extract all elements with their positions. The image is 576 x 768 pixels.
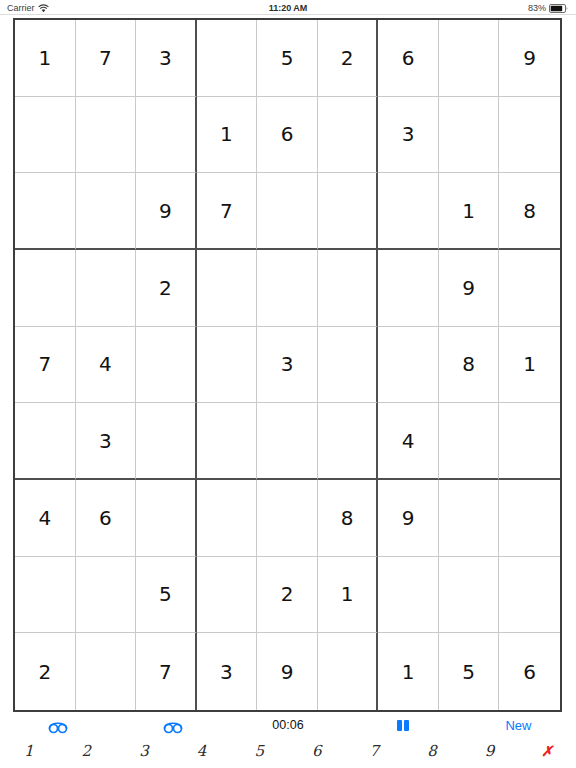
battery-icon — [549, 4, 569, 13]
timer: 00:06 — [272, 718, 303, 732]
cell-r6c7[interactable]: 4 — [378, 403, 439, 480]
cell-r5c6[interactable] — [318, 327, 379, 404]
cell-r4c2[interactable] — [76, 250, 137, 327]
pause-button[interactable] — [397, 720, 409, 731]
cell-r9c7[interactable]: 1 — [378, 633, 439, 710]
cell-r4c9[interactable] — [499, 250, 560, 327]
cell-r2c4[interactable]: 1 — [197, 97, 258, 174]
carrier-label: Carrier — [7, 3, 35, 13]
cell-r9c5[interactable]: 9 — [257, 633, 318, 710]
cell-r9c6[interactable] — [318, 633, 379, 710]
cell-r4c5[interactable] — [257, 250, 318, 327]
cell-r5c8[interactable]: 8 — [439, 327, 500, 404]
battery-percent: 83% — [528, 3, 546, 13]
cell-r7c1[interactable]: 4 — [15, 480, 76, 557]
cell-r8c8[interactable] — [439, 557, 500, 634]
cell-r3c8[interactable]: 1 — [439, 173, 500, 250]
cell-r1c8[interactable] — [439, 20, 500, 97]
cell-r8c6[interactable]: 1 — [318, 557, 379, 634]
cell-r2c3[interactable] — [136, 97, 197, 174]
cell-r8c9[interactable] — [499, 557, 560, 634]
cell-r8c1[interactable] — [15, 557, 76, 634]
wifi-icon — [38, 4, 49, 13]
cell-r1c2[interactable]: 7 — [76, 20, 137, 97]
cell-r4c1[interactable] — [15, 250, 76, 327]
cell-r7c4[interactable] — [197, 480, 258, 557]
cell-r8c3[interactable]: 5 — [136, 557, 197, 634]
cell-r6c8[interactable] — [439, 403, 500, 480]
numpad-key-4[interactable]: 4 — [173, 742, 231, 760]
cell-r7c2[interactable]: 6 — [76, 480, 137, 557]
numpad-key-7[interactable]: 7 — [346, 742, 404, 760]
cell-r9c8[interactable]: 5 — [439, 633, 500, 710]
cell-r5c2[interactable]: 4 — [76, 327, 137, 404]
cell-r1c6[interactable]: 2 — [318, 20, 379, 97]
cell-r2c9[interactable] — [499, 97, 560, 174]
numpad-key-1[interactable]: 1 — [0, 742, 58, 760]
cell-r1c5[interactable]: 5 — [257, 20, 318, 97]
cell-r6c5[interactable] — [257, 403, 318, 480]
cell-r6c3[interactable] — [136, 403, 197, 480]
cell-r5c1[interactable]: 7 — [15, 327, 76, 404]
cell-r5c5[interactable]: 3 — [257, 327, 318, 404]
cell-r8c5[interactable]: 2 — [257, 557, 318, 634]
cell-r3c7[interactable] — [378, 173, 439, 250]
cell-r6c9[interactable] — [499, 403, 560, 480]
cell-r1c1[interactable]: 1 — [15, 20, 76, 97]
cell-r4c3[interactable]: 2 — [136, 250, 197, 327]
cell-r1c3[interactable]: 3 — [136, 20, 197, 97]
glasses-right-button[interactable] — [162, 717, 184, 734]
cell-r5c4[interactable] — [197, 327, 258, 404]
cell-r6c6[interactable] — [318, 403, 379, 480]
cell-r3c4[interactable]: 7 — [197, 173, 258, 250]
sudoku-board: 1735269163971829743813446895212739156 — [13, 18, 562, 712]
cell-r5c3[interactable] — [136, 327, 197, 404]
cell-r3c3[interactable]: 9 — [136, 173, 197, 250]
numpad-key-9[interactable]: 9 — [461, 742, 519, 760]
cell-r9c3[interactable]: 7 — [136, 633, 197, 710]
cell-r5c9[interactable]: 1 — [499, 327, 560, 404]
cell-r8c7[interactable] — [378, 557, 439, 634]
numpad-key-8[interactable]: 8 — [403, 742, 461, 760]
cell-r3c6[interactable] — [318, 173, 379, 250]
cell-r2c2[interactable] — [76, 97, 137, 174]
cell-r1c9[interactable]: 9 — [499, 20, 560, 97]
cell-r1c4[interactable] — [197, 20, 258, 97]
cell-r7c3[interactable] — [136, 480, 197, 557]
cell-r2c7[interactable]: 3 — [378, 97, 439, 174]
cell-r8c4[interactable] — [197, 557, 258, 634]
cell-r3c5[interactable] — [257, 173, 318, 250]
numpad-key-2[interactable]: 2 — [58, 742, 116, 760]
cell-r9c9[interactable]: 6 — [499, 633, 560, 710]
cell-r2c6[interactable] — [318, 97, 379, 174]
numpad-key-6[interactable]: 6 — [288, 742, 346, 760]
cell-r4c6[interactable] — [318, 250, 379, 327]
cell-r6c1[interactable] — [15, 403, 76, 480]
cell-r6c4[interactable] — [197, 403, 258, 480]
numpad-key-3[interactable]: 3 — [115, 742, 173, 760]
cell-r7c5[interactable] — [257, 480, 318, 557]
toolbar: 00:06 New — [0, 712, 576, 738]
cell-r7c7[interactable]: 9 — [378, 480, 439, 557]
cell-r7c9[interactable] — [499, 480, 560, 557]
cell-r8c2[interactable] — [76, 557, 137, 634]
cell-r6c2[interactable]: 3 — [76, 403, 137, 480]
cell-r9c1[interactable]: 2 — [15, 633, 76, 710]
cell-r3c2[interactable] — [76, 173, 137, 250]
cell-r3c1[interactable] — [15, 173, 76, 250]
cell-r2c8[interactable] — [439, 97, 500, 174]
cell-r2c5[interactable]: 6 — [257, 97, 318, 174]
pause-icon — [397, 720, 409, 731]
cell-r7c8[interactable] — [439, 480, 500, 557]
number-pad: 123456789✗ — [0, 738, 576, 764]
glasses-icon — [47, 717, 69, 734]
numpad-key-5[interactable]: 5 — [230, 742, 288, 760]
cell-r4c8[interactable]: 9 — [439, 250, 500, 327]
cell-r4c4[interactable] — [197, 250, 258, 327]
cell-r4c7[interactable] — [378, 250, 439, 327]
glasses-icon — [162, 717, 184, 734]
cell-r1c7[interactable]: 6 — [378, 20, 439, 97]
cell-r2c1[interactable] — [15, 97, 76, 174]
cell-r9c4[interactable]: 3 — [197, 633, 258, 710]
clock: 11:20 AM — [269, 3, 308, 13]
cell-r7c6[interactable]: 8 — [318, 480, 379, 557]
glasses-left-button[interactable] — [47, 717, 69, 734]
cell-r3c9[interactable]: 8 — [499, 173, 560, 250]
status-bar: Carrier 11:20 AM 83% — [0, 0, 576, 15]
new-game-button[interactable]: New — [505, 718, 531, 733]
cell-r9c2[interactable] — [76, 633, 137, 710]
numpad-delete-key[interactable]: ✗ — [518, 743, 576, 759]
cell-r5c7[interactable] — [378, 327, 439, 404]
